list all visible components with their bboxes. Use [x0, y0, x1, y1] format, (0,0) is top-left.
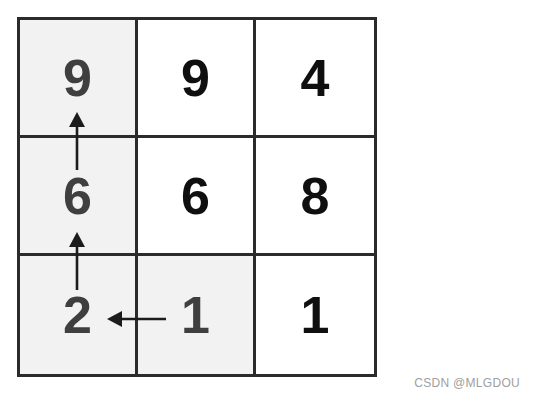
cell-r2c0: 2	[20, 256, 138, 374]
puzzle-diagram: 994668211 CSDN @MLGDOU	[0, 0, 536, 397]
cell-r2c2: 1	[256, 256, 374, 374]
cell-r0c0: 9	[20, 20, 138, 138]
cell-r0c1: 9	[138, 20, 256, 138]
cell-r1c0: 6	[20, 138, 138, 256]
cell-r1c2: 8	[256, 138, 374, 256]
cell-r0c2: 4	[256, 20, 374, 138]
cell-r1c1: 6	[138, 138, 256, 256]
watermark: CSDN @MLGDOU	[414, 376, 520, 390]
board: 994668211	[17, 17, 377, 377]
cell-r2c1: 1	[138, 256, 256, 374]
